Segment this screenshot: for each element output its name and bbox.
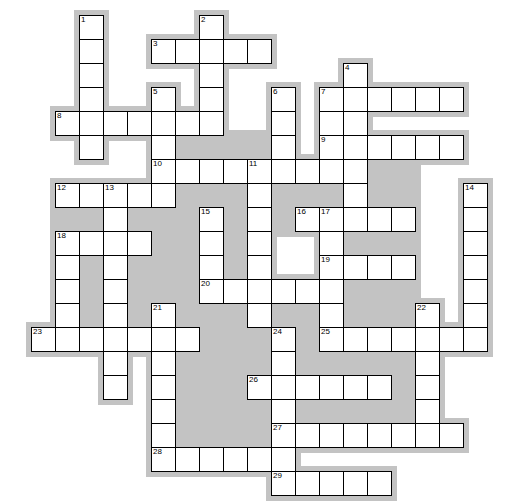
cell-r17c12[interactable] <box>295 423 320 448</box>
cell-r17c14[interactable] <box>343 423 368 448</box>
cell-r19c13[interactable] <box>319 471 344 496</box>
cell-r0c8[interactable] <box>199 15 224 40</box>
cell-r1c6[interactable] <box>151 39 176 64</box>
cell-r11c4[interactable] <box>103 279 128 304</box>
cell-r2c8[interactable] <box>199 63 224 88</box>
cell-r9c5[interactable] <box>127 231 152 256</box>
cell-r6c11[interactable] <box>271 159 296 184</box>
cell-r13c7[interactable] <box>175 327 200 352</box>
cell-r19c15[interactable] <box>367 471 392 496</box>
cell-r14c4[interactable] <box>103 351 128 376</box>
cell-r15c14[interactable] <box>343 375 368 400</box>
cell-r15c12[interactable] <box>295 375 320 400</box>
cell-r11c8[interactable] <box>199 279 224 304</box>
cell-r17c17[interactable] <box>415 423 440 448</box>
cell-r4c5[interactable] <box>127 111 152 136</box>
cell-r18c8[interactable] <box>199 447 224 472</box>
cell-r6c6[interactable] <box>151 159 176 184</box>
cell-r13c3[interactable] <box>79 327 104 352</box>
cell-r15c11[interactable] <box>271 375 296 400</box>
cell-r10c2[interactable] <box>55 255 80 280</box>
cell-r10c10[interactable] <box>247 255 272 280</box>
cell-r13c13[interactable] <box>319 327 344 352</box>
cell-r15c15[interactable] <box>367 375 392 400</box>
cell-r7c6[interactable] <box>151 183 176 208</box>
cell-r12c13[interactable] <box>319 303 344 328</box>
cell-r7c14[interactable] <box>343 183 368 208</box>
cell-r15c10[interactable] <box>247 375 272 400</box>
cell-r5c16[interactable] <box>391 135 416 160</box>
crossword-grid: 1234567891011121314151617181920212223242… <box>0 0 528 503</box>
cell-r13c2[interactable] <box>55 327 80 352</box>
cell-r16c6[interactable] <box>151 399 176 424</box>
cell-r3c17[interactable] <box>415 87 440 112</box>
cell-r1c10[interactable] <box>247 39 272 64</box>
cell-r3c16[interactable] <box>391 87 416 112</box>
cell-r5c18[interactable] <box>439 135 464 160</box>
cell-r13c11[interactable] <box>271 327 296 352</box>
cell-r11c13[interactable] <box>319 279 344 304</box>
cell-r13c14[interactable] <box>343 327 368 352</box>
cell-r13c6[interactable] <box>151 327 176 352</box>
cell-r8c13[interactable] <box>319 207 344 232</box>
cell-r16c11[interactable] <box>271 399 296 424</box>
cell-r14c11[interactable] <box>271 351 296 376</box>
cell-r7c3[interactable] <box>79 183 104 208</box>
cell-r4c13[interactable] <box>319 111 344 136</box>
cell-r13c17[interactable] <box>415 327 440 352</box>
cell-r4c8[interactable] <box>199 111 224 136</box>
cell-r8c4[interactable] <box>103 207 128 232</box>
cell-r18c6[interactable] <box>151 447 176 472</box>
cell-r8c16[interactable] <box>391 207 416 232</box>
cell-r7c2[interactable] <box>55 183 80 208</box>
cell-r13c4[interactable] <box>103 327 128 352</box>
cell-r8c19[interactable] <box>463 207 488 232</box>
cell-r8c10[interactable] <box>247 207 272 232</box>
cell-r8c15[interactable] <box>367 207 392 232</box>
cell-r9c4[interactable] <box>103 231 128 256</box>
cell-r17c6[interactable] <box>151 423 176 448</box>
cell-r15c17[interactable] <box>415 375 440 400</box>
cell-r5c13[interactable] <box>319 135 344 160</box>
cell-r3c14[interactable] <box>343 87 368 112</box>
cell-r12c17[interactable] <box>415 303 440 328</box>
cell-r15c13[interactable] <box>319 375 344 400</box>
cell-r13c19[interactable] <box>463 327 488 352</box>
cell-r10c13[interactable] <box>319 255 344 280</box>
cell-r14c6[interactable] <box>151 351 176 376</box>
cell-r8c12[interactable] <box>295 207 320 232</box>
cell-r19c12[interactable] <box>295 471 320 496</box>
cell-r1c3[interactable] <box>79 39 104 64</box>
cell-r10c8[interactable] <box>199 255 224 280</box>
cell-r6c7[interactable] <box>175 159 200 184</box>
cell-r9c8[interactable] <box>199 231 224 256</box>
cell-r6c13[interactable] <box>319 159 344 184</box>
cell-r4c14[interactable] <box>343 111 368 136</box>
cell-r10c4[interactable] <box>103 255 128 280</box>
cell-r8c14[interactable] <box>343 207 368 232</box>
cell-r18c10[interactable] <box>247 447 272 472</box>
cell-r11c19[interactable] <box>463 279 488 304</box>
cell-r17c13[interactable] <box>319 423 344 448</box>
cell-r2c14[interactable] <box>343 63 368 88</box>
cell-r14c17[interactable] <box>415 351 440 376</box>
cell-r11c2[interactable] <box>55 279 80 304</box>
cell-r9c19[interactable] <box>463 231 488 256</box>
cell-r12c10[interactable] <box>247 303 272 328</box>
cell-r17c18[interactable] <box>439 423 464 448</box>
cell-r6c9[interactable] <box>223 159 248 184</box>
cell-r18c11[interactable] <box>271 447 296 472</box>
cell-r10c15[interactable] <box>367 255 392 280</box>
cell-r18c9[interactable] <box>223 447 248 472</box>
cell-r7c4[interactable] <box>103 183 128 208</box>
cell-r5c11[interactable] <box>271 135 296 160</box>
cell-r7c19[interactable] <box>463 183 488 208</box>
cell-r15c4[interactable] <box>103 375 128 400</box>
cell-r9c2[interactable] <box>55 231 80 256</box>
gray-filler-12 <box>338 274 421 333</box>
cell-r11c11[interactable] <box>271 279 296 304</box>
cell-r10c14[interactable] <box>343 255 368 280</box>
cell-r12c4[interactable] <box>103 303 128 328</box>
cell-r3c11[interactable] <box>271 87 296 112</box>
cell-r11c12[interactable] <box>295 279 320 304</box>
cell-r10c19[interactable] <box>463 255 488 280</box>
cell-r11c9[interactable] <box>223 279 248 304</box>
cell-r1c7[interactable] <box>175 39 200 64</box>
cell-r18c7[interactable] <box>175 447 200 472</box>
cell-r13c5[interactable] <box>127 327 152 352</box>
cell-r5c17[interactable] <box>415 135 440 160</box>
cell-r19c11[interactable] <box>271 471 296 496</box>
cell-r17c11[interactable] <box>271 423 296 448</box>
cell-r4c4[interactable] <box>103 111 128 136</box>
cell-r12c19[interactable] <box>463 303 488 328</box>
gray-filler-10 <box>362 154 421 213</box>
cell-r5c3[interactable] <box>79 135 104 160</box>
cell-r15c6[interactable] <box>151 375 176 400</box>
cell-r12c6[interactable] <box>151 303 176 328</box>
cell-r5c6[interactable] <box>151 135 176 160</box>
cell-r6c8[interactable] <box>199 159 224 184</box>
cell-r4c11[interactable] <box>271 111 296 136</box>
cell-r3c8[interactable] <box>199 87 224 112</box>
cell-r17c15[interactable] <box>367 423 392 448</box>
cell-r0c3[interactable] <box>79 15 104 40</box>
cell-r4c2[interactable] <box>55 111 80 136</box>
cell-r13c1[interactable] <box>31 327 56 352</box>
cell-r13c15[interactable] <box>367 327 392 352</box>
cell-r9c10[interactable] <box>247 231 272 256</box>
cell-r1c9[interactable] <box>223 39 248 64</box>
cell-r3c18[interactable] <box>439 87 464 112</box>
cell-r7c10[interactable] <box>247 183 272 208</box>
cell-r1c8[interactable] <box>199 39 224 64</box>
cell-r3c15[interactable] <box>367 87 392 112</box>
cell-r2c3[interactable] <box>79 63 104 88</box>
cell-r12c2[interactable] <box>55 303 80 328</box>
cell-r6c12[interactable] <box>295 159 320 184</box>
cell-r13c18[interactable] <box>439 327 464 352</box>
cell-r17c16[interactable] <box>391 423 416 448</box>
cell-r5c14[interactable] <box>343 135 368 160</box>
cell-r4c3[interactable] <box>79 111 104 136</box>
cell-r7c5[interactable] <box>127 183 152 208</box>
cell-r4c7[interactable] <box>175 111 200 136</box>
cell-r5c15[interactable] <box>367 135 392 160</box>
cell-r9c3[interactable] <box>79 231 104 256</box>
cell-r4c6[interactable] <box>151 111 176 136</box>
cell-r6c14[interactable] <box>343 159 368 184</box>
cell-r3c13[interactable] <box>319 87 344 112</box>
cell-r13c16[interactable] <box>391 327 416 352</box>
cell-r8c8[interactable] <box>199 207 224 232</box>
cell-r11c10[interactable] <box>247 279 272 304</box>
cell-r6c10[interactable] <box>247 159 272 184</box>
cell-r10c16[interactable] <box>391 255 416 280</box>
cell-r3c3[interactable] <box>79 87 104 112</box>
cell-r19c14[interactable] <box>343 471 368 496</box>
cell-r16c17[interactable] <box>415 399 440 424</box>
cell-r9c13[interactable] <box>319 231 344 256</box>
cell-r3c6[interactable] <box>151 87 176 112</box>
